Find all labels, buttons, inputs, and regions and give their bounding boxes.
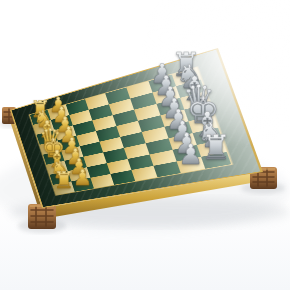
chess-set-photo: ♜♞♝♛♚♝♞♜♟♟♟♟♟♟♟♟♟♟♟♟♟♟♟♟♜♞♝♛♚♝♞♜ — [0, 0, 290, 290]
pieces-layer: ♜♞♝♛♚♝♞♜♟♟♟♟♟♟♟♟♟♟♟♟♟♟♟♟♜♞♝♛♚♝♞♜ — [0, 0, 290, 290]
piece-white-rook: ♜ — [52, 168, 75, 191]
piece-black-pawn: ♟ — [177, 141, 205, 169]
